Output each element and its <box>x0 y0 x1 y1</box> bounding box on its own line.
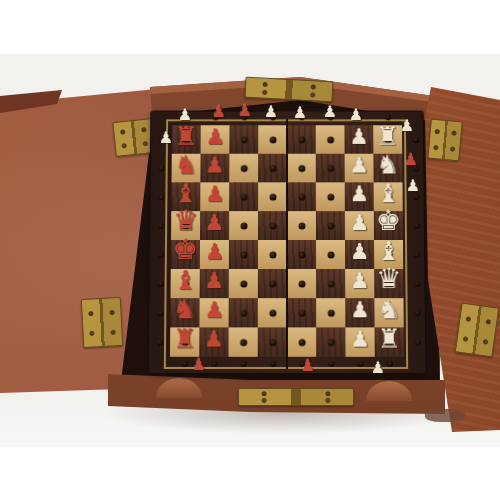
square-e1[interactable] <box>287 125 316 153</box>
peg-hole <box>240 251 247 258</box>
border-peg-hole <box>158 194 164 200</box>
piece-white-pawn-g3[interactable]: ♟ <box>349 183 369 205</box>
letterbox-bottom <box>0 447 500 500</box>
border-peg-hole <box>415 310 421 316</box>
peg-hole <box>327 309 334 316</box>
piece-red-queen-a4[interactable]: ♛ <box>173 207 198 235</box>
piece-white-rook-h1[interactable]: ♜ <box>376 123 399 149</box>
piece-red-pawn-b4[interactable]: ♟ <box>205 212 225 234</box>
square-c8[interactable] <box>228 327 257 356</box>
border-white-pawn-top[interactable]: ♟ <box>264 104 278 120</box>
square-b6[interactable]: ♟ <box>200 269 229 298</box>
border-peg-hole <box>385 114 391 120</box>
piece-white-pawn-g5[interactable]: ♟ <box>350 241 370 263</box>
piece-white-knight-h7[interactable]: ♞ <box>377 296 401 322</box>
square-e2[interactable] <box>287 154 316 183</box>
square-f1[interactable] <box>316 125 345 153</box>
piece-red-pawn-b2[interactable]: ♟ <box>205 154 225 176</box>
square-c5[interactable] <box>229 240 258 269</box>
border-peg-hole <box>157 339 163 345</box>
square-e6[interactable] <box>287 269 316 298</box>
piece-white-bishop-h3[interactable]: ♝ <box>376 180 399 206</box>
square-d1[interactable] <box>258 125 287 153</box>
peg-hole <box>240 309 247 316</box>
box-foot <box>425 409 465 422</box>
square-b5[interactable]: ♟ <box>200 240 229 269</box>
peg-hole <box>298 136 305 143</box>
piece-red-bishop-a3[interactable]: ♝ <box>174 180 197 206</box>
square-d2[interactable] <box>258 154 287 183</box>
border-white-pawn-top[interactable]: ♟ <box>178 107 192 123</box>
piece-white-pawn-g1[interactable]: ♟ <box>349 126 369 148</box>
board-fold-seam <box>286 119 288 369</box>
square-c6[interactable] <box>229 269 258 298</box>
square-b7[interactable]: ♟ <box>199 298 228 327</box>
border-white-pawn-top[interactable]: ♟ <box>349 107 363 123</box>
piece-white-pawn-g7[interactable]: ♟ <box>350 299 370 321</box>
square-b3[interactable]: ♟ <box>200 182 229 211</box>
border-white-pawn-bottom[interactable]: ♟ <box>371 360 385 376</box>
square-g6[interactable]: ♟ <box>345 269 374 298</box>
peg-hole <box>327 165 334 172</box>
brass-hinge-flap-lower <box>455 303 500 358</box>
border-peg-hole <box>158 281 164 287</box>
piece-red-pawn-b6[interactable]: ♟ <box>204 270 224 292</box>
square-g2[interactable]: ♟ <box>345 154 374 183</box>
piece-white-king-h4[interactable]: ♚ <box>376 207 401 235</box>
piece-red-knight-a7[interactable]: ♞ <box>173 296 197 322</box>
piece-white-rook-h8[interactable]: ♜ <box>377 325 401 351</box>
border-peg-hole <box>240 361 246 367</box>
peg-hole <box>298 339 305 346</box>
border-peg-hole <box>158 223 164 229</box>
piece-red-knight-a2[interactable]: ♞ <box>174 151 197 177</box>
piece-white-knight-h2[interactable]: ♞ <box>376 151 399 177</box>
peg-hole <box>269 280 276 287</box>
square-d6[interactable] <box>258 269 287 298</box>
border-white-pawn-top[interactable]: ♟ <box>323 104 337 120</box>
board-frame: ♜♟♟♜♞♟♟♞♝♟♟♝♛♟♟♚♚♟♟♝♝♟♟♛♞♟♟♞♜♟♟♜ <box>149 112 426 374</box>
square-g3[interactable]: ♟ <box>345 182 374 211</box>
square-g5[interactable]: ♟ <box>345 240 374 269</box>
peg-hole <box>327 339 334 346</box>
border-red-pawn-right[interactable]: ♟ <box>404 152 418 168</box>
border-white-pawn-top[interactable]: ♟ <box>400 118 414 134</box>
piece-red-bishop-a6[interactable]: ♝ <box>173 267 197 293</box>
square-f4[interactable] <box>316 211 345 240</box>
peg-hole <box>269 222 276 229</box>
peg-hole <box>269 309 276 316</box>
border-peg-hole <box>159 165 165 171</box>
piece-white-pawn-g4[interactable]: ♟ <box>349 212 369 234</box>
piece-red-pawn-b7[interactable]: ♟ <box>204 299 224 321</box>
square-c2[interactable] <box>229 154 258 183</box>
square-e3[interactable] <box>287 182 316 211</box>
square-f3[interactable] <box>316 182 345 211</box>
square-c1[interactable] <box>229 125 258 153</box>
square-d7[interactable] <box>258 298 287 327</box>
border-red-pawn-top[interactable]: ♟ <box>212 104 226 120</box>
piece-red-pawn-b3[interactable]: ♟ <box>205 183 225 205</box>
piece-white-queen-h6[interactable]: ♛ <box>376 264 401 292</box>
border-peg-hole <box>415 339 421 345</box>
piece-red-king-a5[interactable]: ♚ <box>173 236 198 264</box>
peg-hole <box>327 280 334 287</box>
square-f6[interactable] <box>316 269 345 298</box>
square-b1[interactable]: ♟ <box>201 125 230 153</box>
brass-hinge-bottom-center <box>238 388 354 406</box>
peg-hole <box>327 136 334 143</box>
piece-white-pawn-g8[interactable]: ♟ <box>350 328 370 350</box>
peg-hole <box>298 193 305 200</box>
piece-red-rook-a8[interactable]: ♜ <box>173 325 197 351</box>
square-e8[interactable] <box>287 327 316 356</box>
square-h8[interactable]: ♜ <box>375 327 404 356</box>
peg-hole <box>269 251 276 258</box>
border-peg-hole <box>413 137 419 143</box>
square-b8[interactable]: ♟ <box>199 327 228 356</box>
letterbox-top <box>0 0 500 54</box>
border-peg-hole <box>357 361 363 367</box>
brass-hinge-flap-upper <box>427 119 462 162</box>
border-white-pawn-right[interactable]: ♟ <box>406 178 420 194</box>
border-peg-hole <box>211 361 217 367</box>
border-peg-hole <box>328 361 334 367</box>
border-peg-hole <box>181 361 187 367</box>
square-a8[interactable]: ♜ <box>170 327 199 356</box>
square-e4[interactable] <box>287 211 316 240</box>
peg-hole <box>298 309 305 316</box>
border-white-pawn-top[interactable]: ♟ <box>293 105 307 121</box>
peg-hole <box>240 339 247 346</box>
border-red-pawn-bottom[interactable]: ♟ <box>192 357 206 373</box>
peg-hole <box>240 193 247 200</box>
piece-white-pawn-g6[interactable]: ♟ <box>350 270 370 292</box>
piece-white-pawn-g2[interactable]: ♟ <box>349 154 369 176</box>
square-g4[interactable]: ♟ <box>345 211 374 240</box>
peg-hole <box>298 165 305 172</box>
square-b4[interactable]: ♟ <box>200 211 229 240</box>
peg-hole <box>269 193 276 200</box>
brass-hinge-lid-upper <box>112 118 155 157</box>
piece-red-pawn-b1[interactable]: ♟ <box>205 126 225 148</box>
border-peg-hole <box>414 281 420 287</box>
border-peg-hole <box>158 251 164 257</box>
photo: ♜♟♟♜♞♟♟♞♝♟♟♝♛♟♟♚♚♟♟♝♝♟♟♛♞♟♟♞♜♟♟♜ ♟♟♟♟♟♟♟… <box>0 0 500 500</box>
peg-hole <box>298 280 305 287</box>
square-b2[interactable]: ♟ <box>200 154 229 183</box>
piece-white-bishop-h5[interactable]: ♝ <box>377 238 401 264</box>
brass-hinge-lid-lower <box>81 297 124 348</box>
peg-hole <box>240 222 247 229</box>
square-f2[interactable] <box>316 154 345 183</box>
peg-hole <box>240 165 247 172</box>
peg-hole <box>327 193 334 200</box>
border-peg-hole <box>414 223 420 229</box>
peg-hole <box>298 222 305 229</box>
square-g1[interactable]: ♟ <box>344 125 373 153</box>
peg-hole <box>269 165 276 172</box>
border-peg-hole <box>414 251 420 257</box>
piece-red-pawn-b8[interactable]: ♟ <box>204 328 224 350</box>
square-g7[interactable]: ♟ <box>345 298 374 327</box>
peg-hole <box>240 136 247 143</box>
border-peg-hole <box>157 310 163 316</box>
square-d8[interactable] <box>258 327 287 356</box>
piece-red-rook-a1[interactable]: ♜ <box>175 123 198 149</box>
border-red-pawn-bottom[interactable]: ♟ <box>301 358 315 374</box>
square-f7[interactable] <box>316 298 345 327</box>
peg-hole <box>298 251 305 258</box>
piece-red-pawn-b5[interactable]: ♟ <box>204 241 224 263</box>
peg-hole <box>240 280 247 287</box>
peg-hole <box>269 339 276 346</box>
border-red-pawn-top[interactable]: ♟ <box>238 103 252 119</box>
square-c3[interactable] <box>229 182 258 211</box>
square-e5[interactable] <box>287 240 316 269</box>
peg-hole <box>327 222 334 229</box>
peg-hole <box>269 136 276 143</box>
square-d3[interactable] <box>258 182 287 211</box>
square-f5[interactable] <box>316 240 345 269</box>
square-c4[interactable] <box>229 211 258 240</box>
square-d5[interactable] <box>258 240 287 269</box>
square-e7[interactable] <box>287 298 316 327</box>
square-g8[interactable]: ♟ <box>345 327 374 356</box>
square-c7[interactable] <box>229 298 258 327</box>
square-f8[interactable] <box>316 327 345 356</box>
border-white-pawn-left[interactable]: ♟ <box>159 130 173 146</box>
border-peg-hole <box>386 361 392 367</box>
border-peg-hole <box>269 361 275 367</box>
square-d4[interactable] <box>258 211 287 240</box>
peg-hole <box>327 251 334 258</box>
